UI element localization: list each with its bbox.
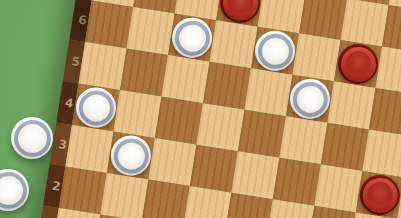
square-c3[interactable] — [148, 138, 196, 186]
captured-checker-white-1 — [11, 117, 53, 159]
square-g4[interactable] — [321, 123, 369, 171]
rank-label-4: 4 — [64, 97, 74, 110]
square-d4[interactable] — [196, 103, 244, 151]
checkers-board: 65432 — [36, 0, 401, 218]
square-c2[interactable] — [142, 180, 190, 218]
square-b2[interactable] — [100, 173, 148, 218]
checker-white[interactable] — [287, 76, 333, 122]
square-e6[interactable] — [251, 27, 299, 75]
square-d6[interactable] — [210, 20, 258, 68]
square-b3[interactable] — [107, 131, 155, 179]
rank-label-5: 5 — [71, 55, 81, 68]
square-g7[interactable] — [341, 0, 389, 46]
square-h5[interactable] — [369, 88, 401, 136]
square-f3[interactable] — [273, 158, 321, 206]
rank-label-6: 6 — [77, 14, 87, 27]
square-g6[interactable] — [334, 40, 382, 88]
square-e5[interactable] — [244, 68, 292, 116]
square-c4[interactable] — [155, 97, 203, 145]
checker-white[interactable] — [0, 169, 29, 211]
square-d2[interactable] — [183, 186, 231, 218]
white-checker-face — [18, 124, 47, 153]
checker-white[interactable] — [169, 15, 215, 61]
square-e3[interactable] — [231, 151, 279, 199]
square-a2[interactable] — [59, 166, 107, 214]
square-g5[interactable] — [327, 81, 375, 129]
square-g3[interactable] — [314, 164, 362, 212]
white-checker-face — [0, 176, 23, 205]
rank-label-2: 2 — [51, 180, 61, 193]
checker-red[interactable] — [335, 41, 381, 87]
square-f6[interactable] — [293, 33, 341, 81]
edge-strip-segment-rank-1 — [36, 205, 58, 218]
square-d3[interactable] — [190, 145, 238, 193]
checker-white[interactable] — [252, 28, 298, 74]
square-a6[interactable] — [85, 0, 133, 48]
square-b4[interactable] — [113, 90, 161, 138]
square-d5[interactable] — [203, 62, 251, 110]
square-e4[interactable] — [238, 110, 286, 158]
checker-white[interactable] — [108, 133, 154, 179]
square-c6[interactable] — [168, 14, 216, 62]
square-h4[interactable] — [362, 129, 401, 177]
square-f4[interactable] — [279, 116, 327, 164]
rank-label-3: 3 — [58, 138, 68, 151]
square-c5[interactable] — [161, 55, 209, 103]
square-h3[interactable] — [356, 171, 401, 218]
square-a4[interactable] — [72, 83, 120, 131]
game-screen: 65432 — [0, 0, 401, 218]
captured-checker-white-2 — [0, 169, 29, 211]
square-a3[interactable] — [65, 125, 113, 173]
square-a5[interactable] — [79, 42, 127, 90]
square-b6[interactable] — [127, 7, 175, 55]
square-f5[interactable] — [286, 75, 334, 123]
square-b5[interactable] — [120, 49, 168, 97]
checker-white[interactable] — [73, 85, 119, 131]
checker-red[interactable] — [357, 172, 401, 218]
board-grid — [52, 0, 401, 218]
checker-white[interactable] — [11, 117, 53, 159]
